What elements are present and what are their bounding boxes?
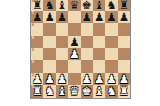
black-pawn[interactable]: ♟ <box>119 11 129 23</box>
black-pawn[interactable]: ♟ <box>82 11 92 23</box>
square-e7[interactable]: ♟ <box>81 11 93 23</box>
black-pawn[interactable]: ♟ <box>106 11 116 23</box>
white-king[interactable]: ♚ <box>82 85 92 97</box>
white-rook[interactable]: ♜ <box>32 85 42 97</box>
square-g7[interactable]: ♟ <box>105 11 117 23</box>
white-bishop[interactable]: ♝ <box>94 85 104 97</box>
square-b6[interactable] <box>43 23 55 35</box>
white-knight[interactable]: ♞ <box>106 85 116 97</box>
square-f3[interactable] <box>93 60 105 72</box>
square-b5[interactable] <box>43 36 55 48</box>
square-b1[interactable]: ♞ <box>43 85 55 97</box>
square-d6[interactable] <box>68 23 80 35</box>
square-h5[interactable] <box>118 36 130 48</box>
square-c6[interactable] <box>56 23 68 35</box>
rank-label: 4 <box>32 48 35 53</box>
chess-board-frame: 8♜♞♝♛♚♝♞♜7♟♟♟♟♟♟♟65♟4♟32♟♟♟♟♟♟♟1♜♞♝♛♚♝♞♜ <box>30 0 131 99</box>
square-d7[interactable] <box>68 11 80 23</box>
square-a5[interactable]: 5 <box>31 36 43 48</box>
black-pawn[interactable]: ♟ <box>94 11 104 23</box>
square-a3[interactable]: 3 <box>31 60 43 72</box>
chess-board: 8♜♞♝♛♚♝♞♜7♟♟♟♟♟♟♟65♟4♟32♟♟♟♟♟♟♟1♜♞♝♛♚♝♞♜ <box>31 0 130 98</box>
black-pawn[interactable]: ♟ <box>57 11 67 23</box>
white-bishop[interactable]: ♝ <box>57 85 67 97</box>
square-g5[interactable] <box>105 36 117 48</box>
white-knight[interactable]: ♞ <box>44 85 54 97</box>
square-h4[interactable] <box>118 48 130 60</box>
square-f5[interactable] <box>93 36 105 48</box>
black-queen[interactable]: ♛ <box>69 0 79 11</box>
square-b7[interactable]: ♟ <box>43 11 55 23</box>
black-pawn[interactable]: ♟ <box>44 11 54 23</box>
square-c4[interactable] <box>56 48 68 60</box>
square-e4[interactable] <box>81 48 93 60</box>
white-queen[interactable]: ♛ <box>69 85 79 97</box>
square-g1[interactable]: ♞ <box>105 85 117 97</box>
square-f1[interactable]: ♝ <box>93 85 105 97</box>
square-d1[interactable]: ♛ <box>68 85 80 97</box>
square-f4[interactable] <box>93 48 105 60</box>
square-a4[interactable]: 4 <box>31 48 43 60</box>
black-pawn[interactable]: ♟ <box>32 11 42 23</box>
square-h6[interactable] <box>118 23 130 35</box>
square-h1[interactable]: ♜ <box>118 85 130 97</box>
square-b3[interactable] <box>43 60 55 72</box>
square-d8[interactable]: ♛ <box>68 0 80 11</box>
rank-label: 6 <box>32 23 35 28</box>
square-h7[interactable]: ♟ <box>118 11 130 23</box>
square-e5[interactable] <box>81 36 93 48</box>
square-a7[interactable]: 7♟ <box>31 11 43 23</box>
white-pawn[interactable]: ♟ <box>69 48 79 60</box>
square-h3[interactable] <box>118 60 130 72</box>
square-e6[interactable] <box>81 23 93 35</box>
square-a1[interactable]: 1♜ <box>31 85 43 97</box>
square-c7[interactable]: ♟ <box>56 11 68 23</box>
square-d3[interactable] <box>68 60 80 72</box>
page-background: 8♜♞♝♛♚♝♞♜7♟♟♟♟♟♟♟65♟4♟32♟♟♟♟♟♟♟1♜♞♝♛♚♝♞♜ <box>0 0 160 106</box>
square-d4[interactable]: ♟ <box>68 48 80 60</box>
square-f7[interactable]: ♟ <box>93 11 105 23</box>
rank-label: 5 <box>32 36 35 41</box>
square-e3[interactable] <box>81 60 93 72</box>
square-a6[interactable]: 6 <box>31 23 43 35</box>
white-rook[interactable]: ♜ <box>119 85 129 97</box>
rank-label: 3 <box>32 60 35 65</box>
square-g6[interactable] <box>105 23 117 35</box>
square-e1[interactable]: ♚ <box>81 85 93 97</box>
square-c5[interactable] <box>56 36 68 48</box>
square-c1[interactable]: ♝ <box>56 85 68 97</box>
square-g4[interactable] <box>105 48 117 60</box>
square-g3[interactable] <box>105 60 117 72</box>
square-f6[interactable] <box>93 23 105 35</box>
square-b4[interactable] <box>43 48 55 60</box>
square-c3[interactable] <box>56 60 68 72</box>
